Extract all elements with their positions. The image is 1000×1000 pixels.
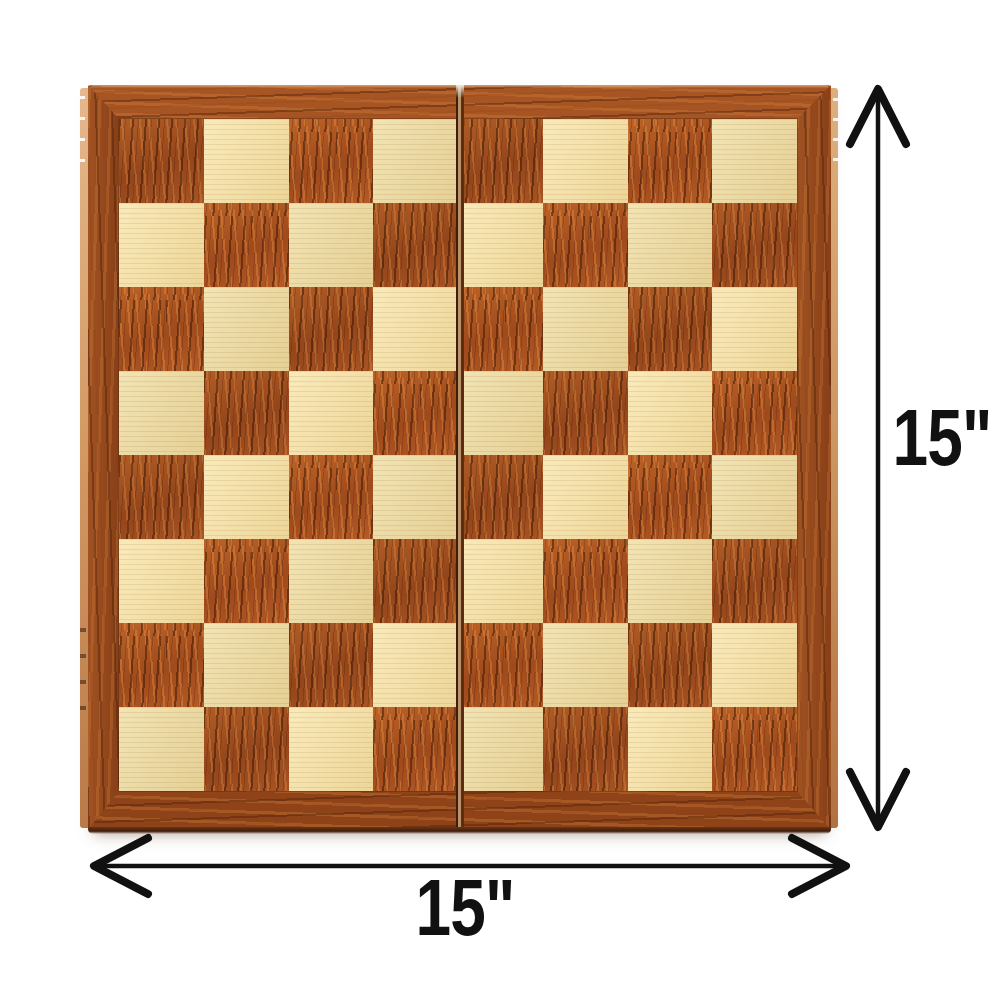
board-square-r6c1 xyxy=(119,539,204,623)
board-square-r7c7 xyxy=(628,623,713,707)
board-square-r4c6 xyxy=(543,371,628,455)
board-frame-right xyxy=(797,85,831,830)
board-frame-left xyxy=(88,85,119,830)
board-square-r7c5 xyxy=(458,623,543,707)
board-square-r1c4 xyxy=(373,119,458,203)
board-square-r5c4 xyxy=(373,455,458,539)
board-square-r8c5 xyxy=(458,707,543,791)
board-square-r2c6 xyxy=(543,203,628,287)
board-square-r5c2 xyxy=(204,455,289,539)
board-square-r7c2 xyxy=(204,623,289,707)
board-square-r3c6 xyxy=(543,287,628,371)
board-square-r3c5 xyxy=(458,287,543,371)
height-arrow-down-head-icon xyxy=(850,772,906,827)
board-square-r5c6 xyxy=(543,455,628,539)
board-square-r2c1 xyxy=(119,203,204,287)
board-square-r6c8 xyxy=(712,539,797,623)
product-image: 15" 15" xyxy=(0,0,1000,1000)
board-square-r8c4 xyxy=(373,707,458,791)
board-square-r6c4 xyxy=(373,539,458,623)
board-square-r4c3 xyxy=(289,371,374,455)
width-arrow-right-head-icon xyxy=(792,838,846,894)
fold-seam xyxy=(456,85,464,830)
board-square-r4c8 xyxy=(712,371,797,455)
board-square-r2c2 xyxy=(204,203,289,287)
board-square-r7c4 xyxy=(373,623,458,707)
board-square-r2c4 xyxy=(373,203,458,287)
board-square-r8c8 xyxy=(712,707,797,791)
board-square-r3c4 xyxy=(373,287,458,371)
board-square-r8c2 xyxy=(204,707,289,791)
board-square-r5c8 xyxy=(712,455,797,539)
board-square-r4c4 xyxy=(373,371,458,455)
board-square-r1c1 xyxy=(119,119,204,203)
board-square-r5c7 xyxy=(628,455,713,539)
height-arrow-up-head-icon xyxy=(850,89,906,144)
board-square-r4c5 xyxy=(458,371,543,455)
board-square-r1c3 xyxy=(289,119,374,203)
board-square-r7c6 xyxy=(543,623,628,707)
width-arrow-left-head-icon xyxy=(94,838,148,894)
board-square-r1c7 xyxy=(628,119,713,203)
board-square-r6c5 xyxy=(458,539,543,623)
board-square-r2c8 xyxy=(712,203,797,287)
board-square-r5c3 xyxy=(289,455,374,539)
height-dimension-label: 15" xyxy=(892,398,991,478)
board-right-hinge-edge xyxy=(830,88,838,828)
board-square-r6c7 xyxy=(628,539,713,623)
board-square-r6c6 xyxy=(543,539,628,623)
board-square-r7c8 xyxy=(712,623,797,707)
board-square-r1c2 xyxy=(204,119,289,203)
board-square-r2c5 xyxy=(458,203,543,287)
board-square-r1c5 xyxy=(458,119,543,203)
board-square-r5c1 xyxy=(119,455,204,539)
board-square-r3c7 xyxy=(628,287,713,371)
board-square-r1c6 xyxy=(543,119,628,203)
board-square-r3c1 xyxy=(119,287,204,371)
board-square-r1c8 xyxy=(712,119,797,203)
board-square-r8c6 xyxy=(543,707,628,791)
board-square-r2c7 xyxy=(628,203,713,287)
board-square-r7c3 xyxy=(289,623,374,707)
board-square-r8c3 xyxy=(289,707,374,791)
chess-board xyxy=(88,85,831,830)
board-square-r8c7 xyxy=(628,707,713,791)
board-square-r4c1 xyxy=(119,371,204,455)
board-square-r6c2 xyxy=(204,539,289,623)
board-square-r5c5 xyxy=(458,455,543,539)
board-square-r2c3 xyxy=(289,203,374,287)
board-square-r7c1 xyxy=(119,623,204,707)
board-square-r8c1 xyxy=(119,707,204,791)
width-dimension-label: 15" xyxy=(415,868,514,948)
board-square-r4c2 xyxy=(204,371,289,455)
board-square-r6c3 xyxy=(289,539,374,623)
board-square-r3c3 xyxy=(289,287,374,371)
board-square-r3c2 xyxy=(204,287,289,371)
board-left-hinge-edge xyxy=(80,88,89,828)
board-square-r4c7 xyxy=(628,371,713,455)
board-square-r3c8 xyxy=(712,287,797,371)
